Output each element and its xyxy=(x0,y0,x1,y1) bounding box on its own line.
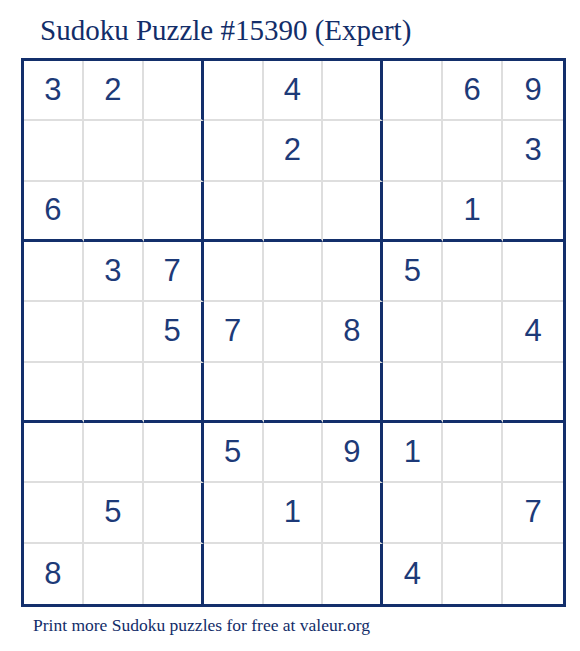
cell-r7c6[interactable]: 9 xyxy=(323,423,383,483)
cell-r2c7[interactable] xyxy=(383,121,443,181)
cell-r3c1[interactable]: 6 xyxy=(24,182,84,242)
cell-r5c6[interactable]: 8 xyxy=(323,302,383,362)
cell-r7c5[interactable] xyxy=(264,423,324,483)
cell-r8c1[interactable] xyxy=(24,483,84,543)
cell-r2c9[interactable]: 3 xyxy=(503,121,563,181)
cell-r3c4[interactable] xyxy=(204,182,264,242)
cell-r4c8[interactable] xyxy=(443,242,503,302)
cell-r1c4[interactable] xyxy=(204,61,264,121)
cell-r6c8[interactable] xyxy=(443,363,503,423)
cell-r4c5[interactable] xyxy=(264,242,324,302)
cell-r8c2[interactable]: 5 xyxy=(84,483,144,543)
cell-r4c6[interactable] xyxy=(323,242,383,302)
cell-r6c5[interactable] xyxy=(264,363,324,423)
cell-r4c1[interactable] xyxy=(24,242,84,302)
cell-r6c6[interactable] xyxy=(323,363,383,423)
cell-r1c6[interactable] xyxy=(323,61,383,121)
cell-r5c9[interactable]: 4 xyxy=(503,302,563,362)
cell-r9c5[interactable] xyxy=(264,544,324,604)
cell-r6c4[interactable] xyxy=(204,363,264,423)
cell-r3c3[interactable] xyxy=(144,182,204,242)
cell-r2c1[interactable] xyxy=(24,121,84,181)
cell-r6c9[interactable] xyxy=(503,363,563,423)
cell-r5c8[interactable] xyxy=(443,302,503,362)
cell-r9c7[interactable]: 4 xyxy=(383,544,443,604)
cell-r1c2[interactable]: 2 xyxy=(84,61,144,121)
cell-r8c5[interactable]: 1 xyxy=(264,483,324,543)
cell-r3c9[interactable] xyxy=(503,182,563,242)
cell-r8c7[interactable] xyxy=(383,483,443,543)
cell-r6c2[interactable] xyxy=(84,363,144,423)
sudoku-board: 324692361375578459151784 xyxy=(21,58,566,607)
cell-r8c4[interactable] xyxy=(204,483,264,543)
cell-r3c8[interactable]: 1 xyxy=(443,182,503,242)
cell-r1c8[interactable]: 6 xyxy=(443,61,503,121)
cell-r4c7[interactable]: 5 xyxy=(383,242,443,302)
cell-r1c3[interactable] xyxy=(144,61,204,121)
cell-r2c5[interactable]: 2 xyxy=(264,121,324,181)
cell-r7c7[interactable]: 1 xyxy=(383,423,443,483)
cell-r2c3[interactable] xyxy=(144,121,204,181)
cell-r4c4[interactable] xyxy=(204,242,264,302)
cell-r5c3[interactable]: 5 xyxy=(144,302,204,362)
cell-r7c2[interactable] xyxy=(84,423,144,483)
cell-r5c2[interactable] xyxy=(84,302,144,362)
cell-r8c8[interactable] xyxy=(443,483,503,543)
cell-r9c4[interactable] xyxy=(204,544,264,604)
cell-r5c4[interactable]: 7 xyxy=(204,302,264,362)
cell-r9c9[interactable] xyxy=(503,544,563,604)
cell-r3c6[interactable] xyxy=(323,182,383,242)
cell-r5c1[interactable] xyxy=(24,302,84,362)
cell-r4c9[interactable] xyxy=(503,242,563,302)
cell-r2c6[interactable] xyxy=(323,121,383,181)
cell-r7c3[interactable] xyxy=(144,423,204,483)
cell-r9c6[interactable] xyxy=(323,544,383,604)
footer-text: Print more Sudoku puzzles for free at va… xyxy=(33,615,370,636)
cell-r1c1[interactable]: 3 xyxy=(24,61,84,121)
cell-r5c5[interactable] xyxy=(264,302,324,362)
cell-r4c3[interactable]: 7 xyxy=(144,242,204,302)
cell-r9c8[interactable] xyxy=(443,544,503,604)
cell-r6c1[interactable] xyxy=(24,363,84,423)
cell-r7c4[interactable]: 5 xyxy=(204,423,264,483)
page-title: Sudoku Puzzle #15390 (Expert) xyxy=(40,14,411,47)
cell-r3c2[interactable] xyxy=(84,182,144,242)
cell-r8c9[interactable]: 7 xyxy=(503,483,563,543)
cell-r3c5[interactable] xyxy=(264,182,324,242)
cell-r2c4[interactable] xyxy=(204,121,264,181)
cell-r1c9[interactable]: 9 xyxy=(503,61,563,121)
cell-r9c1[interactable]: 8 xyxy=(24,544,84,604)
cell-r6c7[interactable] xyxy=(383,363,443,423)
cell-r6c3[interactable] xyxy=(144,363,204,423)
cell-r1c5[interactable]: 4 xyxy=(264,61,324,121)
cell-r7c8[interactable] xyxy=(443,423,503,483)
cell-r8c6[interactable] xyxy=(323,483,383,543)
cell-r8c3[interactable] xyxy=(144,483,204,543)
cell-r1c7[interactable] xyxy=(383,61,443,121)
cell-r9c3[interactable] xyxy=(144,544,204,604)
cell-r5c7[interactable] xyxy=(383,302,443,362)
cell-r7c9[interactable] xyxy=(503,423,563,483)
cell-r9c2[interactable] xyxy=(84,544,144,604)
cell-r3c7[interactable] xyxy=(383,182,443,242)
cell-r2c2[interactable] xyxy=(84,121,144,181)
cell-r2c8[interactable] xyxy=(443,121,503,181)
cell-r7c1[interactable] xyxy=(24,423,84,483)
cell-r4c2[interactable]: 3 xyxy=(84,242,144,302)
